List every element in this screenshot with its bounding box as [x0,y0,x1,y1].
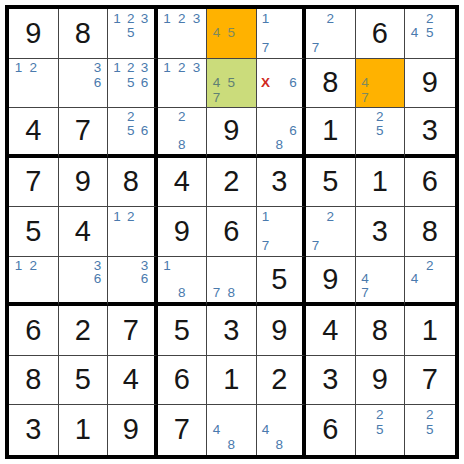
candidate-8: 8 [174,138,189,152]
sudoku-board: 9812351234517276245123612356123457X68479… [5,5,459,459]
candidate-8: 8 [224,286,239,300]
cell-r7c4[interactable]: 5 [158,306,208,356]
pencil-marks: 47 [358,259,403,301]
cell-r7c8[interactable]: 8 [356,306,406,356]
empty-slot [224,41,239,56]
empty-slot [174,90,189,105]
empty-slot [41,286,56,300]
empty-slot [372,272,387,286]
big-digit: 9 [123,415,139,444]
cell-r9c7[interactable]: 6 [306,405,356,455]
empty-slot [174,26,189,41]
empty-slot [259,224,273,239]
cell-r9c9[interactable]: 25 [405,405,455,455]
pencil-marks: 245 [407,11,453,56]
cell-r7c1[interactable]: 6 [9,306,59,356]
candidate-2: 2 [174,61,189,76]
candidate-6: 6 [138,272,152,286]
empty-slot [61,286,76,300]
cell-r8c1[interactable]: 8 [9,356,59,406]
empty-slot [26,90,41,105]
empty-slot [387,286,402,300]
empty-slot [387,138,402,152]
empty-slot [387,61,402,76]
empty-slot [26,286,41,300]
empty-slot [160,110,175,124]
candidate-1: 1 [160,11,175,26]
empty-slot [387,422,402,437]
cell-r2c5[interactable]: 457 [207,59,257,109]
cell-r6c4[interactable]: 18 [158,257,208,307]
cell-r9c4[interactable]: 7 [158,405,208,455]
empty-slot [338,224,353,239]
empty-slot [138,138,152,152]
empty-slot [372,138,387,152]
cell-r6c5[interactable]: 78 [207,257,257,307]
empty-slot [338,239,353,254]
cell-r2c6[interactable]: X6 [257,59,307,109]
cell-r8c8[interactable]: 9 [356,356,406,406]
empty-slot [358,407,373,422]
empty-slot [259,110,273,124]
empty-slot [259,437,273,452]
empty-slot [209,259,224,273]
cell-r9c8[interactable]: 25 [356,405,406,455]
big-digit: 5 [174,316,190,345]
cell-r5c8[interactable]: 3 [356,207,406,257]
candidate-1: 1 [259,11,273,26]
empty-slot [387,124,402,138]
empty-slot [174,272,189,286]
empty-slot [407,407,422,422]
pencil-marks: 78 [209,259,254,301]
empty-slot [110,138,124,152]
cell-r9c2[interactable]: 1 [59,405,109,455]
empty-slot [189,138,204,152]
empty-slot [124,259,138,273]
cell-r1c7[interactable]: 27 [306,9,356,59]
empty-slot [286,209,300,224]
empty-slot [160,75,175,90]
candidate-7: 7 [358,286,373,300]
empty-slot [272,422,286,437]
empty-slot [41,90,56,105]
big-digit: 6 [322,415,338,444]
cell-r3c8[interactable]: 25 [356,108,406,158]
big-digit: 9 [174,217,190,246]
empty-slot [41,272,56,286]
candidate-6: 6 [138,124,152,138]
big-digit: 9 [372,365,388,394]
cell-r5c9[interactable]: 8 [405,207,455,257]
cell-r5c2[interactable]: 4 [59,207,109,257]
cell-r9c3[interactable]: 9 [108,405,158,455]
empty-slot [138,286,152,300]
empty-slot [437,286,452,300]
candidate-2: 2 [422,259,437,273]
empty-slot [124,272,138,286]
pencil-marks: 36 [61,61,106,106]
big-digit: 6 [25,316,41,345]
empty-slot [358,110,373,124]
cell-r5c6[interactable]: 17 [257,207,307,257]
cell-r3c1[interactable]: 4 [9,108,59,158]
empty-slot [259,138,273,152]
empty-slot [358,61,373,76]
empty-slot [272,124,286,138]
empty-slot [372,61,387,76]
empty-slot [437,26,452,41]
cell-r1c2[interactable]: 8 [59,9,109,59]
empty-slot [174,259,189,273]
empty-slot [272,224,286,239]
big-digit: 1 [322,116,338,145]
candidate-5: 5 [124,124,138,138]
empty-slot [422,41,437,56]
empty-slot [259,61,273,76]
cell-r3c6[interactable]: 68 [257,108,307,158]
empty-slot [209,61,224,76]
big-digit: 5 [25,217,41,246]
candidate-4: 4 [407,26,422,41]
big-digit: 8 [422,217,438,246]
candidate-3: 3 [90,259,105,273]
cell-r7c5[interactable]: 3 [207,306,257,356]
candidate-1: 1 [259,209,273,224]
cell-r8c4[interactable]: 6 [158,356,208,406]
empty-slot [224,90,239,105]
big-digit: 4 [174,167,190,196]
cell-r1c1[interactable]: 9 [9,9,59,59]
empty-slot [90,90,105,105]
empty-slot [259,26,273,41]
empty-slot [323,26,338,41]
big-digit: 3 [372,217,388,246]
pencil-marks: 25 [358,110,403,152]
cell-r6c7[interactable]: 9 [306,257,356,307]
empty-slot [90,286,105,300]
pencil-marks: 68 [259,110,301,152]
big-digit: 6 [372,19,388,48]
empty-slot [338,41,353,56]
candidate-5: 5 [372,422,387,437]
empty-slot [224,61,239,76]
big-digit: 4 [123,365,139,394]
pencil-marks: 1235 [110,11,152,56]
empty-slot [422,286,437,300]
cell-r8c7[interactable]: 3 [306,356,356,406]
candidate-5: 5 [124,75,138,90]
candidate-4: 4 [209,75,224,90]
cell-r2c4[interactable]: 123 [158,59,208,109]
cell-r8c5[interactable]: 1 [207,356,257,406]
empty-slot [239,272,254,286]
empty-slot [174,41,189,56]
empty-slot [286,437,300,452]
empty-slot [160,41,175,56]
empty-slot [189,259,204,273]
candidate-2: 2 [26,259,41,273]
empty-slot [239,61,254,76]
cell-r4c3[interactable]: 8 [108,158,158,208]
empty-slot [174,124,189,138]
x-mark: X [259,75,273,90]
empty-slot [286,41,300,56]
pencil-marks: 27 [308,11,353,56]
empty-slot [209,407,224,422]
empty-slot [75,286,90,300]
empty-slot [286,110,300,124]
candidate-2: 2 [323,209,338,224]
cell-r5c1[interactable]: 5 [9,207,59,257]
empty-slot [358,138,373,152]
empty-slot [110,90,124,105]
cell-r4c8[interactable]: 1 [356,158,406,208]
cell-r6c9[interactable]: 24 [405,257,455,307]
empty-slot [239,437,254,452]
empty-slot [189,26,204,41]
empty-slot [189,90,204,105]
cell-r2c9[interactable]: 9 [405,59,455,109]
pencil-marks: 256 [110,110,152,152]
pencil-marks: X6 [259,61,301,106]
empty-slot [239,286,254,300]
empty-slot [338,11,353,26]
empty-slot [61,90,76,105]
empty-slot [189,272,204,286]
cell-r8c2[interactable]: 5 [59,356,109,406]
cell-r4c5[interactable]: 2 [207,158,257,208]
big-digit: 7 [174,415,190,444]
empty-slot [437,422,452,437]
empty-slot [160,90,175,105]
cell-r9c5[interactable]: 48 [207,405,257,455]
empty-slot [224,259,239,273]
pencil-marks: 17 [259,11,301,56]
empty-slot [61,272,76,286]
cell-r9c6[interactable]: 48 [257,405,307,455]
cell-r1c3[interactable]: 1235 [108,9,158,59]
empty-slot [110,110,124,124]
candidate-1: 1 [160,259,175,273]
cell-r3c7[interactable]: 1 [306,108,356,158]
cell-r6c3[interactable]: 36 [108,257,158,307]
cell-r4c7[interactable]: 5 [306,158,356,208]
big-digit: 1 [223,365,239,394]
empty-slot [272,407,286,422]
big-digit: 8 [25,365,41,394]
candidate-1: 1 [110,11,124,26]
pencil-marks: 36 [110,259,152,301]
cell-r4c6[interactable]: 3 [257,158,307,208]
empty-slot [239,26,254,41]
empty-slot [387,272,402,286]
candidate-7: 7 [358,90,373,105]
empty-slot [110,224,124,239]
empty-slot [286,26,300,41]
big-digit: 1 [372,167,388,196]
cell-r6c2[interactable]: 36 [59,257,109,307]
big-digit: 8 [322,68,338,97]
cell-r3c4[interactable]: 28 [158,108,208,158]
cell-r1c6[interactable]: 17 [257,9,307,59]
empty-slot [124,90,138,105]
cell-r5c3[interactable]: 12 [108,207,158,257]
empty-slot [124,138,138,152]
empty-slot [110,41,124,56]
cell-r2c1[interactable]: 12 [9,59,59,109]
candidate-4: 4 [358,75,373,90]
big-digit: 9 [75,167,91,196]
big-digit: 7 [75,116,91,145]
candidate-4: 4 [358,272,373,286]
big-digit: 1 [422,316,438,345]
empty-slot [138,26,152,41]
cell-r8c3[interactable]: 4 [108,356,158,406]
cell-r4c1[interactable]: 7 [9,158,59,208]
candidate-8: 8 [272,437,286,452]
cell-r5c7[interactable]: 27 [306,207,356,257]
candidate-2: 2 [372,110,387,124]
candidate-5: 5 [422,422,437,437]
empty-slot [110,286,124,300]
cell-r2c2[interactable]: 36 [59,59,109,109]
big-digit: 9 [422,68,438,97]
empty-slot [259,124,273,138]
empty-slot [209,272,224,286]
cell-r4c4[interactable]: 4 [158,158,208,208]
cell-r4c9[interactable]: 6 [405,158,455,208]
candidate-2: 2 [372,407,387,422]
candidate-5: 5 [372,124,387,138]
cell-r1c4[interactable]: 123 [158,9,208,59]
pencil-marks: 18 [160,259,205,301]
cell-r1c8[interactable]: 6 [356,9,406,59]
empty-slot [272,41,286,56]
pencil-marks: 48 [259,407,301,453]
cell-r6c6[interactable]: 5 [257,257,307,307]
cell-r2c3[interactable]: 12356 [108,59,158,109]
big-digit: 3 [223,316,239,345]
cell-r3c3[interactable]: 256 [108,108,158,158]
empty-slot [138,239,152,254]
cell-r7c3[interactable]: 7 [108,306,158,356]
candidate-7: 7 [308,41,323,56]
empty-slot [407,422,422,437]
candidate-7: 7 [209,286,224,300]
empty-slot [239,75,254,90]
big-digit: 6 [223,217,239,246]
empty-slot [323,41,338,56]
empty-slot [358,124,373,138]
empty-slot [239,11,254,26]
empty-slot [189,110,204,124]
empty-slot [26,75,41,90]
candidate-2: 2 [422,11,437,26]
empty-slot [110,124,124,138]
pencil-marks: 47 [358,61,403,106]
big-digit: 4 [322,316,338,345]
empty-slot [61,259,76,273]
empty-slot [308,209,323,224]
candidate-4: 4 [209,26,224,41]
big-digit: 9 [271,316,287,345]
empty-slot [138,209,152,224]
cell-r7c7[interactable]: 4 [306,306,356,356]
empty-slot [338,26,353,41]
empty-slot [272,75,286,90]
cell-r8c6[interactable]: 2 [257,356,307,406]
cell-r2c8[interactable]: 47 [356,59,406,109]
empty-slot [407,437,422,452]
pencil-marks: 28 [160,110,205,152]
empty-slot [437,259,452,273]
cell-r2c7[interactable]: 8 [306,59,356,109]
candidate-2: 2 [422,407,437,422]
cell-r6c1[interactable]: 12 [9,257,59,307]
empty-slot [272,110,286,124]
empty-slot [160,26,175,41]
empty-slot [224,11,239,26]
empty-slot [387,437,402,452]
empty-slot [138,90,152,105]
cell-r1c5[interactable]: 45 [207,9,257,59]
big-digit: 2 [271,365,287,394]
empty-slot [41,61,56,76]
empty-slot [358,259,373,273]
cell-r3c9[interactable]: 3 [405,108,455,158]
big-digit: 2 [75,316,91,345]
empty-slot [209,11,224,26]
empty-slot [174,75,189,90]
candidate-1: 1 [110,209,124,224]
big-digit: 7 [25,167,41,196]
cell-r7c6[interactable]: 9 [257,306,307,356]
candidate-7: 7 [209,90,224,105]
big-digit: 5 [322,167,338,196]
empty-slot [372,286,387,300]
candidate-7: 7 [259,41,273,56]
candidate-5: 5 [124,26,138,41]
empty-slot [286,407,300,422]
cell-r5c4[interactable]: 9 [158,207,208,257]
cell-r8c9[interactable]: 7 [405,356,455,406]
empty-slot [422,437,437,452]
candidate-6: 6 [90,272,105,286]
cell-r3c2[interactable]: 7 [59,108,109,158]
candidate-8: 8 [272,138,286,152]
empty-slot [308,224,323,239]
big-digit: 9 [322,265,338,294]
candidate-8: 8 [174,286,189,300]
big-digit: 3 [322,365,338,394]
big-digit: 3 [271,167,287,196]
empty-slot [286,90,300,105]
cell-r6c8[interactable]: 47 [356,257,406,307]
pencil-marks: 12 [110,209,152,254]
empty-slot [437,11,452,26]
cell-r5c5[interactable]: 6 [207,207,257,257]
cell-r3c5[interactable]: 9 [207,108,257,158]
cell-r1c9[interactable]: 245 [405,9,455,59]
cell-r9c1[interactable]: 3 [9,405,59,455]
empty-slot [209,41,224,56]
empty-slot [272,239,286,254]
cell-r7c2[interactable]: 2 [59,306,109,356]
empty-slot [308,11,323,26]
cell-r7c9[interactable]: 1 [405,306,455,356]
cell-r4c2[interactable]: 9 [59,158,109,208]
